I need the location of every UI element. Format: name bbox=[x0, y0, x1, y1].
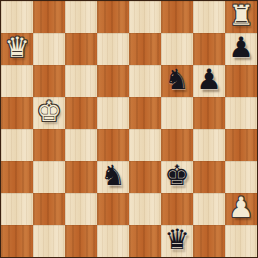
square-c2[interactable] bbox=[65, 193, 97, 225]
square-c3[interactable] bbox=[65, 161, 97, 193]
square-a4[interactable] bbox=[1, 129, 33, 161]
square-b6[interactable] bbox=[33, 65, 65, 97]
square-g4[interactable] bbox=[193, 129, 225, 161]
square-b4[interactable] bbox=[33, 129, 65, 161]
black-knight-icon[interactable]: ♞ bbox=[100, 161, 125, 192]
white-king-icon[interactable]: ♚ bbox=[36, 97, 61, 128]
square-a6[interactable] bbox=[1, 65, 33, 97]
square-h1[interactable] bbox=[225, 225, 257, 257]
square-g1[interactable] bbox=[193, 225, 225, 257]
chess-board-frame: ♜♛♟♞♟♚♞♚♟♛ bbox=[0, 0, 258, 258]
square-g5[interactable] bbox=[193, 97, 225, 129]
square-e1[interactable] bbox=[129, 225, 161, 257]
square-c5[interactable] bbox=[65, 97, 97, 129]
square-g2[interactable] bbox=[193, 193, 225, 225]
square-d3[interactable]: ♞ bbox=[97, 161, 129, 193]
square-a5[interactable] bbox=[1, 97, 33, 129]
square-g3[interactable] bbox=[193, 161, 225, 193]
square-b5[interactable]: ♚ bbox=[33, 97, 65, 129]
square-h4[interactable] bbox=[225, 129, 257, 161]
square-f5[interactable] bbox=[161, 97, 193, 129]
square-g8[interactable] bbox=[193, 1, 225, 33]
square-f6[interactable]: ♞ bbox=[161, 65, 193, 97]
white-rook-icon[interactable]: ♜ bbox=[228, 1, 253, 32]
square-a8[interactable] bbox=[1, 1, 33, 33]
black-knight-icon[interactable]: ♞ bbox=[164, 65, 189, 96]
square-c8[interactable] bbox=[65, 1, 97, 33]
chess-board: ♜♛♟♞♟♚♞♚♟♛ bbox=[1, 1, 257, 257]
square-e7[interactable] bbox=[129, 33, 161, 65]
square-e5[interactable] bbox=[129, 97, 161, 129]
square-d5[interactable] bbox=[97, 97, 129, 129]
square-b7[interactable] bbox=[33, 33, 65, 65]
black-pawn-icon[interactable]: ♟ bbox=[196, 65, 221, 96]
square-e8[interactable] bbox=[129, 1, 161, 33]
square-h8[interactable]: ♜ bbox=[225, 1, 257, 33]
square-d7[interactable] bbox=[97, 33, 129, 65]
square-d8[interactable] bbox=[97, 1, 129, 33]
black-king-icon[interactable]: ♚ bbox=[164, 161, 189, 192]
square-g6[interactable]: ♟ bbox=[193, 65, 225, 97]
square-b3[interactable] bbox=[33, 161, 65, 193]
square-g7[interactable] bbox=[193, 33, 225, 65]
black-pawn-icon[interactable]: ♟ bbox=[228, 33, 253, 64]
square-a7[interactable]: ♛ bbox=[1, 33, 33, 65]
square-h6[interactable] bbox=[225, 65, 257, 97]
white-queen-icon[interactable]: ♛ bbox=[4, 33, 29, 64]
black-queen-icon[interactable]: ♛ bbox=[164, 225, 189, 256]
square-e4[interactable] bbox=[129, 129, 161, 161]
square-h5[interactable] bbox=[225, 97, 257, 129]
square-e3[interactable] bbox=[129, 161, 161, 193]
square-e6[interactable] bbox=[129, 65, 161, 97]
square-c7[interactable] bbox=[65, 33, 97, 65]
square-a2[interactable] bbox=[1, 193, 33, 225]
square-b1[interactable] bbox=[33, 225, 65, 257]
square-f2[interactable] bbox=[161, 193, 193, 225]
square-f4[interactable] bbox=[161, 129, 193, 161]
square-f8[interactable] bbox=[161, 1, 193, 33]
square-b2[interactable] bbox=[33, 193, 65, 225]
square-h7[interactable]: ♟ bbox=[225, 33, 257, 65]
square-d2[interactable] bbox=[97, 193, 129, 225]
square-d1[interactable] bbox=[97, 225, 129, 257]
square-e2[interactable] bbox=[129, 193, 161, 225]
square-f3[interactable]: ♚ bbox=[161, 161, 193, 193]
square-d6[interactable] bbox=[97, 65, 129, 97]
square-h2[interactable]: ♟ bbox=[225, 193, 257, 225]
white-pawn-icon[interactable]: ♟ bbox=[228, 193, 253, 224]
square-a3[interactable] bbox=[1, 161, 33, 193]
square-a1[interactable] bbox=[1, 225, 33, 257]
square-f1[interactable]: ♛ bbox=[161, 225, 193, 257]
square-d4[interactable] bbox=[97, 129, 129, 161]
square-h3[interactable] bbox=[225, 161, 257, 193]
square-b8[interactable] bbox=[33, 1, 65, 33]
square-c6[interactable] bbox=[65, 65, 97, 97]
square-c4[interactable] bbox=[65, 129, 97, 161]
square-c1[interactable] bbox=[65, 225, 97, 257]
square-f7[interactable] bbox=[161, 33, 193, 65]
